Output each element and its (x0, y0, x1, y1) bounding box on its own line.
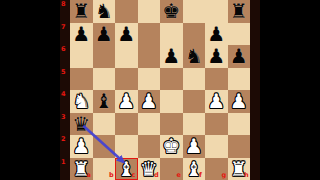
piece-black-pawn-e6[interactable]: ♟ (162, 45, 180, 68)
file-label-g: g (222, 172, 227, 179)
rank-label-4: 4 (61, 91, 70, 98)
square-f6[interactable]: ♞ (183, 45, 206, 68)
square-c7[interactable]: ♟ (115, 23, 138, 46)
piece-white-pawn-c4[interactable]: ♟ (117, 90, 135, 113)
square-e5[interactable] (160, 68, 183, 91)
square-f4[interactable] (183, 90, 206, 113)
square-d2[interactable] (138, 135, 161, 158)
square-b4[interactable]: ♝ (93, 90, 116, 113)
piece-black-knight-b8[interactable]: ♞ (95, 0, 113, 23)
square-h6[interactable]: ♟ (228, 45, 251, 68)
square-c3[interactable] (115, 113, 138, 136)
rank-label-5: 5 (61, 69, 70, 76)
square-h8[interactable]: ♜ (228, 0, 251, 23)
square-d4[interactable]: ♟ (138, 90, 161, 113)
file-label-a: a (87, 172, 91, 179)
right-gutter (250, 0, 260, 180)
square-d6[interactable] (138, 45, 161, 68)
square-a8[interactable]: ♜ (70, 0, 93, 23)
square-g2[interactable] (205, 135, 228, 158)
square-e8[interactable]: ♚ (160, 0, 183, 23)
square-e4[interactable] (160, 90, 183, 113)
square-b3[interactable] (93, 113, 116, 136)
square-c8[interactable] (115, 0, 138, 23)
square-b5[interactable] (93, 68, 116, 91)
square-e3[interactable] (160, 113, 183, 136)
square-d8[interactable] (138, 0, 161, 23)
piece-black-rook-a8[interactable]: ♜ (72, 0, 90, 23)
file-label-f: f (199, 172, 202, 179)
square-c2[interactable] (115, 135, 138, 158)
square-c4[interactable]: ♟ (115, 90, 138, 113)
square-h2[interactable] (228, 135, 251, 158)
square-b7[interactable]: ♟ (93, 23, 116, 46)
rank-coordinates: 87654321 (60, 0, 70, 180)
square-h7[interactable] (228, 23, 251, 46)
rank-label-1: 1 (61, 159, 70, 166)
piece-white-pawn-g4[interactable]: ♟ (207, 90, 225, 113)
square-a7[interactable]: ♟ (70, 23, 93, 46)
piece-black-queen-a3[interactable]: ♛ (72, 113, 90, 136)
piece-black-pawn-b7[interactable]: ♟ (95, 23, 113, 46)
square-g8[interactable] (205, 0, 228, 23)
square-g7[interactable]: ♟ (205, 23, 228, 46)
piece-black-knight-f6[interactable]: ♞ (185, 45, 203, 68)
square-g4[interactable]: ♟ (205, 90, 228, 113)
piece-black-pawn-h6[interactable]: ♟ (230, 45, 248, 68)
file-label-e: e (177, 172, 181, 179)
square-f2[interactable]: ♟ (183, 135, 206, 158)
square-a6[interactable] (70, 45, 93, 68)
square-h5[interactable] (228, 68, 251, 91)
rank-label-3: 3 (61, 114, 70, 121)
square-b2[interactable] (93, 135, 116, 158)
chess-board: ♜♞♚♜♟♟♟♟♟♞♟♟♞♝♟♟♟♟♛♟♚♟♜♝♛♝♜ (70, 0, 250, 180)
square-g5[interactable] (205, 68, 228, 91)
square-f5[interactable] (183, 68, 206, 91)
square-d7[interactable] (138, 23, 161, 46)
square-g3[interactable] (205, 113, 228, 136)
file-label-d: d (154, 172, 159, 179)
square-a5[interactable] (70, 68, 93, 91)
piece-white-knight-a4[interactable]: ♞ (72, 90, 90, 113)
file-label-c: c (132, 172, 136, 179)
square-a3[interactable]: ♛ (70, 113, 93, 136)
piece-black-pawn-g6[interactable]: ♟ (207, 45, 225, 68)
square-b6[interactable] (93, 45, 116, 68)
piece-black-pawn-a7[interactable]: ♟ (72, 23, 90, 46)
piece-white-pawn-a2[interactable]: ♟ (72, 135, 90, 158)
square-e2[interactable]: ♚ (160, 135, 183, 158)
square-c5[interactable] (115, 68, 138, 91)
video-frame: 87654321 ♜♞♚♜♟♟♟♟♟♞♟♟♞♝♟♟♟♟♛♟♚♟♜♝♛♝♜ abc… (0, 0, 320, 180)
piece-black-bishop-b4[interactable]: ♝ (95, 90, 113, 113)
square-h4[interactable]: ♟ (228, 90, 251, 113)
square-f8[interactable] (183, 0, 206, 23)
square-d3[interactable] (138, 113, 161, 136)
rank-label-8: 8 (61, 1, 70, 8)
piece-white-pawn-f2[interactable]: ♟ (185, 135, 203, 158)
square-e6[interactable]: ♟ (160, 45, 183, 68)
square-g6[interactable]: ♟ (205, 45, 228, 68)
square-h3[interactable] (228, 113, 251, 136)
rank-label-2: 2 (61, 136, 70, 143)
file-label-h: h (244, 172, 249, 179)
square-f3[interactable] (183, 113, 206, 136)
square-a4[interactable]: ♞ (70, 90, 93, 113)
square-c6[interactable] (115, 45, 138, 68)
piece-white-pawn-h4[interactable]: ♟ (230, 90, 248, 113)
file-label-b: b (109, 172, 114, 179)
square-f7[interactable] (183, 23, 206, 46)
rank-label-6: 6 (61, 46, 70, 53)
rank-label-7: 7 (61, 24, 70, 31)
piece-white-pawn-d4[interactable]: ♟ (140, 90, 158, 113)
square-e7[interactable] (160, 23, 183, 46)
piece-black-rook-h8[interactable]: ♜ (230, 0, 248, 23)
square-d5[interactable] (138, 68, 161, 91)
piece-white-king-e2[interactable]: ♚ (162, 135, 180, 158)
piece-black-pawn-c7[interactable]: ♟ (117, 23, 135, 46)
piece-black-pawn-g7[interactable]: ♟ (207, 23, 225, 46)
piece-black-king-e8[interactable]: ♚ (162, 0, 180, 23)
square-b8[interactable]: ♞ (93, 0, 116, 23)
square-a2[interactable]: ♟ (70, 135, 93, 158)
